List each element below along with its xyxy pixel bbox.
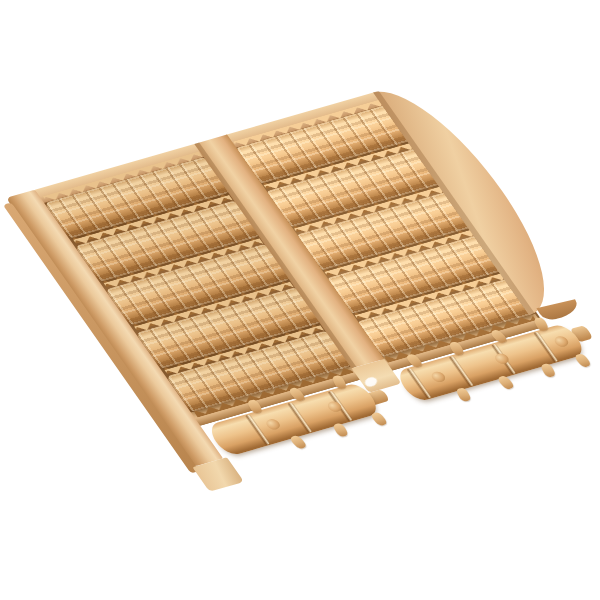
product-photo: Wooden dual-foot massage roller on a whi… [0,0,600,600]
photo-caption: Wooden dual-foot massage roller on a whi… [0,0,1,1]
massage-peg-tip [552,335,570,348]
massage-peg [370,411,389,426]
massage-peg [332,423,349,438]
roller-ring-groove [286,402,312,433]
massage-peg-tip [429,370,447,383]
massager-body [6,82,600,470]
massage-peg [289,434,308,449]
massage-peg-tip [264,418,282,431]
roller-ring-groove [448,356,474,387]
massage-peg [573,353,592,368]
glare-highlight [363,375,380,388]
massage-peg [540,363,557,377]
roller-ring-groove [532,331,558,362]
roller-ring-groove [244,414,270,445]
massage-peg [455,387,472,402]
roller-ring-groove [406,368,432,399]
massage-peg [496,375,515,390]
